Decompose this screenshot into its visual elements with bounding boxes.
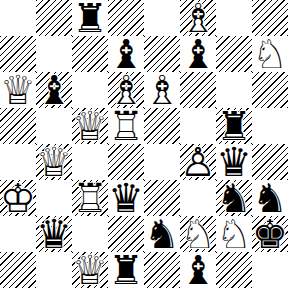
square-h4[interactable] [252,144,288,180]
square-b6[interactable]: ♝ [36,72,72,108]
piece-white-queen: ♕ [72,252,108,288]
piece-white-rook: ♖ [72,180,108,216]
square-d5[interactable]: ♜♖ [108,108,144,144]
piece-white-bishop-fill: ♝ [108,72,144,108]
square-b8[interactable] [36,0,72,36]
square-d4[interactable] [108,144,144,180]
square-h7[interactable]: ♞♘ [252,36,288,72]
square-b1[interactable] [36,252,72,288]
square-f8[interactable]: ♝♗ [180,0,216,36]
piece-black-queen: ♛ [108,180,144,216]
piece-black-queen: ♛ [36,216,72,252]
piece-white-queen-fill: ♛ [72,108,108,144]
square-a3[interactable]: ♚♔ [0,180,36,216]
square-c2[interactable] [72,216,108,252]
square-a4[interactable] [0,144,36,180]
square-f4[interactable]: ♟♙ [180,144,216,180]
square-g5[interactable]: ♜ [216,108,252,144]
square-h3[interactable]: ♞ [252,180,288,216]
square-e2[interactable]: ♞ [144,216,180,252]
square-c1[interactable]: ♛♕ [72,252,108,288]
square-a7[interactable] [0,36,36,72]
piece-white-pawn: ♙ [180,144,216,180]
piece-white-bishop: ♗ [144,72,180,108]
piece-black-rook: ♜ [216,108,252,144]
piece-white-knight-fill: ♞ [216,216,252,252]
square-g6[interactable] [216,72,252,108]
piece-white-knight: ♘ [180,216,216,252]
piece-white-bishop: ♗ [180,0,216,36]
square-e1[interactable] [144,252,180,288]
piece-black-queen: ♛ [216,144,252,180]
square-a6[interactable]: ♛♕ [0,72,36,108]
piece-white-queen-fill: ♛ [0,72,36,108]
square-d6[interactable]: ♝♗ [108,72,144,108]
square-g1[interactable] [216,252,252,288]
square-c8[interactable]: ♜ [72,0,108,36]
square-g8[interactable] [216,0,252,36]
square-d2[interactable] [108,216,144,252]
square-d8[interactable] [108,0,144,36]
square-c7[interactable] [72,36,108,72]
chess-diagram: ♜♝♗♝♝♞♘♛♕♝♝♗♝♗♛♕♜♖♜♛♕♟♙♛♚♔♜♖♛♞♞♛♞♞♘♞♘♚♛♕… [0,0,288,288]
square-e4[interactable] [144,144,180,180]
piece-white-bishop-fill: ♝ [144,72,180,108]
piece-white-rook-fill: ♜ [72,180,108,216]
piece-white-bishop-fill: ♝ [180,0,216,36]
square-e6[interactable]: ♝♗ [144,72,180,108]
square-e3[interactable] [144,180,180,216]
square-a8[interactable] [0,0,36,36]
square-h1[interactable] [252,252,288,288]
piece-black-rook: ♜ [108,252,144,288]
square-b5[interactable] [36,108,72,144]
square-b3[interactable] [36,180,72,216]
square-c5[interactable]: ♛♕ [72,108,108,144]
piece-black-bishop: ♝ [36,72,72,108]
square-e5[interactable] [144,108,180,144]
piece-white-knight-fill: ♞ [180,216,216,252]
square-g2[interactable]: ♞♘ [216,216,252,252]
piece-white-rook-fill: ♜ [108,108,144,144]
square-b7[interactable] [36,36,72,72]
square-g4[interactable]: ♛ [216,144,252,180]
piece-white-queen: ♕ [36,144,72,180]
square-f5[interactable] [180,108,216,144]
square-d1[interactable]: ♜ [108,252,144,288]
piece-white-queen-fill: ♛ [72,252,108,288]
square-f1[interactable]: ♝ [180,252,216,288]
square-e7[interactable] [144,36,180,72]
square-b2[interactable]: ♛ [36,216,72,252]
square-f6[interactable] [180,72,216,108]
square-d3[interactable]: ♛ [108,180,144,216]
piece-white-knight: ♘ [252,36,288,72]
square-f7[interactable]: ♝ [180,36,216,72]
square-c6[interactable] [72,72,108,108]
piece-white-knight: ♘ [216,216,252,252]
square-g3[interactable]: ♞ [216,180,252,216]
square-h5[interactable] [252,108,288,144]
square-b4[interactable]: ♛♕ [36,144,72,180]
piece-white-king: ♔ [0,180,36,216]
piece-white-queen: ♕ [72,108,108,144]
square-a2[interactable] [0,216,36,252]
piece-black-bishop: ♝ [180,36,216,72]
square-d7[interactable]: ♝ [108,36,144,72]
piece-black-king: ♚ [252,216,288,252]
piece-white-knight-fill: ♞ [252,36,288,72]
square-a1[interactable] [0,252,36,288]
piece-white-queen-fill: ♛ [36,144,72,180]
piece-white-queen: ♕ [0,72,36,108]
piece-white-king-fill: ♚ [0,180,36,216]
piece-white-pawn-fill: ♟ [180,144,216,180]
piece-black-bishop: ♝ [180,252,216,288]
square-f2[interactable]: ♞♘ [180,216,216,252]
piece-black-knight: ♞ [216,180,252,216]
piece-black-rook: ♜ [72,0,108,36]
square-h2[interactable]: ♚ [252,216,288,252]
square-g7[interactable] [216,36,252,72]
square-h6[interactable] [252,72,288,108]
square-e8[interactable] [144,0,180,36]
piece-white-rook: ♖ [108,108,144,144]
square-f3[interactable] [180,180,216,216]
square-a5[interactable] [0,108,36,144]
piece-black-knight: ♞ [144,216,180,252]
piece-white-bishop: ♗ [108,72,144,108]
piece-black-bishop: ♝ [108,36,144,72]
piece-black-knight: ♞ [252,180,288,216]
chess-board: ♜♝♗♝♝♞♘♛♕♝♝♗♝♗♛♕♜♖♜♛♕♟♙♛♚♔♜♖♛♞♞♛♞♞♘♞♘♚♛♕… [0,0,288,288]
square-c4[interactable] [72,144,108,180]
square-h8[interactable] [252,0,288,36]
square-c3[interactable]: ♜♖ [72,180,108,216]
